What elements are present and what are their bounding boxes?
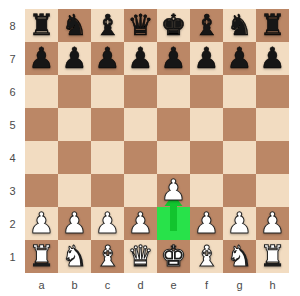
square-h4[interactable] [256,141,289,174]
square-h8[interactable]: ♜ [256,9,289,42]
square-a6[interactable] [25,75,58,108]
piece-black-king[interactable]: ♚ [161,11,187,40]
square-b8[interactable]: ♞ [58,9,91,42]
square-d8[interactable]: ♛ [124,9,157,42]
file-labels: a b c d e f g h [25,273,289,296]
piece-black-pawn[interactable]: ♟ [128,44,154,73]
square-f4[interactable] [190,141,223,174]
square-h2[interactable]: ♟ [256,207,289,240]
piece-white-pawn[interactable]: ♟ [95,209,121,238]
piece-black-rook[interactable]: ♜ [260,11,286,40]
rank-label-7: 7 [0,42,25,75]
square-c4[interactable] [91,141,124,174]
piece-white-queen[interactable]: ♛ [128,242,154,271]
piece-black-pawn[interactable]: ♟ [227,44,253,73]
square-e3[interactable]: ♟ [157,174,190,207]
piece-black-queen[interactable]: ♛ [128,11,154,40]
square-h7[interactable]: ♟ [256,42,289,75]
piece-white-rook[interactable]: ♜ [29,242,55,271]
piece-white-pawn[interactable]: ♟ [29,209,55,238]
piece-white-bishop[interactable]: ♝ [95,242,121,271]
square-d2[interactable]: ♟ [124,207,157,240]
square-d4[interactable] [124,141,157,174]
square-b2[interactable]: ♟ [58,207,91,240]
piece-white-pawn[interactable]: ♟ [260,209,286,238]
square-c2[interactable]: ♟ [91,207,124,240]
piece-white-pawn[interactable]: ♟ [194,209,220,238]
piece-black-knight[interactable]: ♞ [62,11,88,40]
square-h3[interactable] [256,174,289,207]
piece-black-pawn[interactable]: ♟ [62,44,88,73]
square-b7[interactable]: ♟ [58,42,91,75]
square-c6[interactable] [91,75,124,108]
piece-black-bishop[interactable]: ♝ [194,11,220,40]
square-g6[interactable] [223,75,256,108]
rank-label-2: 2 [0,207,25,240]
square-g7[interactable]: ♟ [223,42,256,75]
square-d3[interactable] [124,174,157,207]
square-a5[interactable] [25,108,58,141]
file-label-e: e [157,273,190,296]
square-h1[interactable]: ♜ [256,240,289,273]
rank-label-6: 6 [0,75,25,108]
rank-label-3: 3 [0,174,25,207]
square-g8[interactable]: ♞ [223,9,256,42]
square-g5[interactable] [223,108,256,141]
square-b4[interactable] [58,141,91,174]
rank-label-5: 5 [0,108,25,141]
square-e2[interactable] [157,207,190,240]
piece-white-rook[interactable]: ♜ [260,242,286,271]
file-label-d: d [124,273,157,296]
piece-white-pawn[interactable]: ♟ [62,209,88,238]
square-a3[interactable] [25,174,58,207]
square-f5[interactable] [190,108,223,141]
piece-white-knight[interactable]: ♞ [227,242,253,271]
square-a8[interactable]: ♜ [25,9,58,42]
square-f2[interactable]: ♟ [190,207,223,240]
square-g4[interactable] [223,141,256,174]
piece-black-pawn[interactable]: ♟ [161,44,187,73]
square-b1[interactable]: ♞ [58,240,91,273]
square-d5[interactable] [124,108,157,141]
file-label-a: a [25,273,58,296]
piece-white-king[interactable]: ♚ [161,242,187,271]
square-h6[interactable] [256,75,289,108]
square-a7[interactable]: ♟ [25,42,58,75]
square-e8[interactable]: ♚ [157,9,190,42]
file-label-b: b [58,273,91,296]
chess-board: ♜♞♝♛♚♝♞♜♟♟♟♟♟♟♟♟♟♟♟♟♟♟♟♟♜♞♝♛♚♝♞♜ [25,9,289,273]
square-a2[interactable]: ♟ [25,207,58,240]
piece-black-knight[interactable]: ♞ [227,11,253,40]
piece-black-bishop[interactable]: ♝ [95,11,121,40]
piece-white-pawn[interactable]: ♟ [227,209,253,238]
square-h5[interactable] [256,108,289,141]
square-g1[interactable]: ♞ [223,240,256,273]
square-d6[interactable] [124,75,157,108]
file-label-c: c [91,273,124,296]
file-label-f: f [190,273,223,296]
square-b5[interactable] [58,108,91,141]
square-d1[interactable]: ♛ [124,240,157,273]
square-c7[interactable]: ♟ [91,42,124,75]
square-d7[interactable]: ♟ [124,42,157,75]
piece-black-pawn[interactable]: ♟ [95,44,121,73]
square-f6[interactable] [190,75,223,108]
square-e5[interactable] [157,108,190,141]
rank-label-4: 4 [0,141,25,174]
rank-label-8: 8 [0,9,25,42]
file-label-h: h [256,273,289,296]
square-f7[interactable]: ♟ [190,42,223,75]
square-c1[interactable]: ♝ [91,240,124,273]
square-f3[interactable] [190,174,223,207]
square-c3[interactable] [91,174,124,207]
square-f8[interactable]: ♝ [190,9,223,42]
piece-white-knight[interactable]: ♞ [62,242,88,271]
square-f1[interactable]: ♝ [190,240,223,273]
piece-white-pawn[interactable]: ♟ [128,209,154,238]
square-b3[interactable] [58,174,91,207]
piece-white-bishop[interactable]: ♝ [194,242,220,271]
piece-black-rook[interactable]: ♜ [29,11,55,40]
square-g3[interactable] [223,174,256,207]
square-g2[interactable]: ♟ [223,207,256,240]
square-e1[interactable]: ♚ [157,240,190,273]
square-e4[interactable] [157,141,190,174]
file-label-g: g [223,273,256,296]
piece-black-pawn[interactable]: ♟ [29,44,55,73]
rank-labels: 8 7 6 5 4 3 2 1 [0,9,25,273]
piece-black-pawn[interactable]: ♟ [260,44,286,73]
square-b6[interactable] [58,75,91,108]
square-a4[interactable] [25,141,58,174]
square-e6[interactable] [157,75,190,108]
square-c5[interactable] [91,108,124,141]
square-c8[interactable]: ♝ [91,9,124,42]
piece-white-pawn[interactable]: ♟ [161,176,187,205]
chess-board-app: 8 7 6 5 4 3 2 1 ♜♞♝♛♚♝♞♜♟♟♟♟♟♟♟♟♟♟♟♟♟♟♟♟… [0,0,300,296]
rank-label-1: 1 [0,240,25,273]
piece-black-pawn[interactable]: ♟ [194,44,220,73]
square-e7[interactable]: ♟ [157,42,190,75]
square-a1[interactable]: ♜ [25,240,58,273]
